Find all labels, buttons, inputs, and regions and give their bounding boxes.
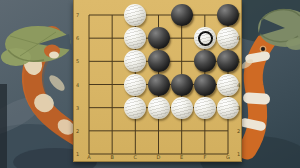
- koi-right-eye: [261, 47, 265, 51]
- coord-row-label-left: 3: [76, 105, 79, 110]
- coord-row-label-left: 2: [76, 128, 79, 133]
- coord-row-label-right: 1: [237, 152, 240, 157]
- black-stone: [148, 50, 170, 72]
- game-screen: ABCDEFG77665544332211: [0, 0, 300, 168]
- coord-column-label: G: [226, 155, 230, 160]
- white-stone: [194, 97, 216, 119]
- black-stone: [171, 74, 193, 96]
- coord-column-label: C: [134, 155, 138, 160]
- coord-column-label: B: [110, 155, 113, 160]
- white-stone: [217, 27, 239, 49]
- coord-row-label-right: 3: [237, 105, 240, 110]
- coord-row-label-right: 5: [237, 59, 240, 64]
- coord-row-label-left: 6: [76, 36, 79, 41]
- go-board[interactable]: ABCDEFG77665544332211: [73, 0, 242, 162]
- coord-row-label-right: 7: [237, 13, 240, 18]
- shore-shadow: [0, 84, 7, 168]
- black-stone: [194, 74, 216, 96]
- coord-column-label: F: [203, 155, 206, 160]
- coord-column-label: D: [157, 155, 161, 160]
- coord-row-label-left: 7: [76, 13, 79, 18]
- coord-row-label-right: 2: [237, 128, 240, 133]
- black-stone: [171, 4, 193, 26]
- black-stone: [148, 27, 170, 49]
- coord-row-label-left: 1: [76, 152, 79, 157]
- white-stone: [124, 74, 146, 96]
- black-stone: [217, 4, 239, 26]
- white-stone: [217, 97, 239, 119]
- black-stone: [194, 50, 216, 72]
- coord-row-label-left: 4: [76, 82, 79, 87]
- coord-row-label-left: 5: [76, 59, 79, 64]
- white-stone: [124, 97, 146, 119]
- white-stone: [194, 27, 216, 49]
- coord-row-label-right: 4: [237, 82, 240, 87]
- white-stone: [217, 74, 239, 96]
- coord-row-label-right: 6: [237, 36, 240, 41]
- coord-column-label: E: [180, 155, 183, 160]
- coord-column-label: A: [87, 155, 90, 160]
- last-move-circle-marker: [198, 31, 213, 46]
- white-stone: [148, 97, 170, 119]
- black-stone: [148, 74, 170, 96]
- white-stone: [171, 97, 193, 119]
